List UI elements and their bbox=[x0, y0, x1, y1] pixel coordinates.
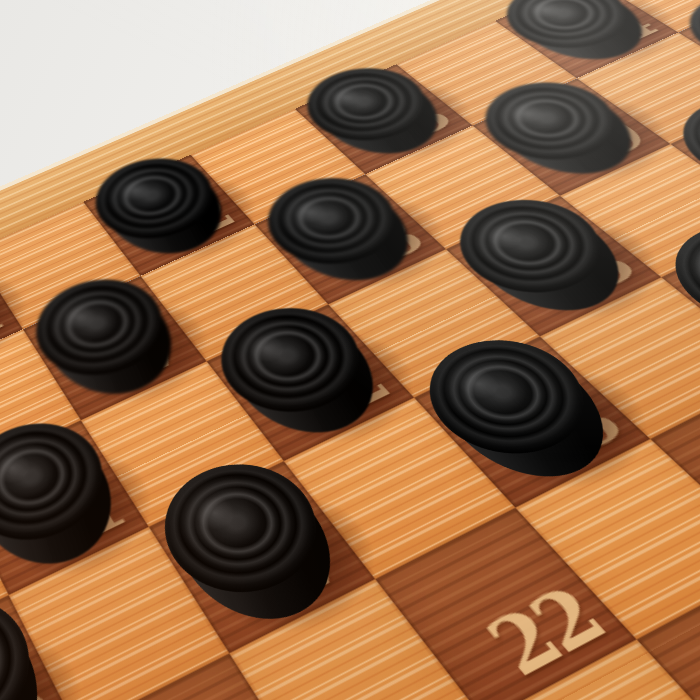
photo-stage: 1234567891011121314151617181920212223242… bbox=[0, 0, 700, 700]
draughts-board: 1234567891011121314151617181920212223242… bbox=[0, 0, 700, 700]
